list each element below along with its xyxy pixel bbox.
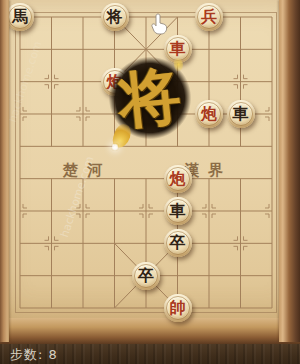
piece-black-chariot[interactable]: 車	[227, 100, 255, 128]
piece-black-chariot[interactable]: 車	[164, 197, 192, 225]
piece-black-general[interactable]: 将	[101, 3, 129, 31]
piece-red-cannon[interactable]: 炮	[164, 165, 192, 193]
xiangqi-game-screen: 楚河 漢界 hackhome.com hackhome.com hackhome…	[0, 0, 300, 364]
piece-glyph: 車	[170, 197, 186, 225]
piece-glyph: 車	[233, 100, 249, 128]
piece-black-horse[interactable]: 馬	[6, 3, 34, 31]
piece-glyph: 車	[170, 35, 186, 63]
move-hint-sparkle	[111, 143, 119, 151]
board-frame-left	[0, 0, 9, 342]
piece-black-soldier[interactable]: 卒	[164, 229, 192, 257]
river-label-left: 楚河	[63, 161, 111, 180]
piece-glyph: 卒	[170, 229, 186, 257]
piece-glyph: 炮	[201, 100, 217, 128]
piece-glyph: 将	[107, 3, 123, 31]
piece-red-general[interactable]: 帥	[164, 294, 192, 322]
piece-red-chariot[interactable]: 車	[164, 35, 192, 63]
piece-red-cannon[interactable]: 炮	[101, 68, 129, 96]
piece-red-soldier[interactable]: 兵	[195, 3, 223, 31]
step-counter-value: 8	[49, 347, 58, 362]
piece-glyph: 卒	[138, 262, 154, 290]
board-front-bevel	[0, 318, 300, 344]
piece-glyph: 兵	[201, 3, 217, 31]
status-bar: 步数: 8	[0, 344, 300, 364]
piece-glyph: 炮	[170, 165, 186, 193]
step-counter: 步数: 8	[10, 346, 58, 364]
piece-glyph: 炮	[107, 68, 123, 96]
piece-glyph: 馬	[12, 3, 28, 31]
board-frame-right	[279, 0, 300, 342]
step-counter-label: 步数:	[10, 347, 49, 362]
piece-glyph: 帥	[170, 294, 186, 322]
board-grid	[0, 0, 300, 345]
piece-black-soldier[interactable]: 卒	[132, 262, 160, 290]
piece-red-cannon[interactable]: 炮	[195, 100, 223, 128]
